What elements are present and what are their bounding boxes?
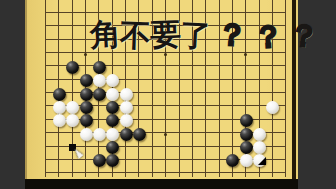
white-stone: [120, 101, 133, 114]
white-stone: [106, 128, 119, 141]
white-stone: [106, 88, 119, 101]
black-stone: [53, 88, 66, 101]
black-stone: [240, 114, 253, 127]
black-stone: [80, 88, 93, 101]
white-stone: [80, 128, 93, 141]
caption-char: 要: [149, 13, 180, 54]
caption-char: 了: [179, 14, 211, 56]
grid-hline: [45, 12, 285, 13]
black-stone: [80, 74, 93, 87]
caption-question-mark: ？: [252, 16, 283, 57]
caption-question-mark: ？: [216, 14, 248, 56]
board-bottom-edge: [25, 179, 298, 189]
white-stone: [120, 88, 133, 101]
grid-vline: [45, 0, 46, 177]
black-stone: [80, 101, 93, 114]
black-stone: [120, 128, 133, 141]
black-stone: [66, 61, 79, 74]
white-stone: [253, 128, 266, 141]
caption-char: 不: [119, 14, 150, 55]
black-stone: [133, 128, 146, 141]
white-stone: [93, 128, 106, 141]
black-stone: [240, 141, 253, 154]
caption-question-mark: ？: [287, 15, 319, 57]
white-stone: [120, 114, 133, 127]
black-stone: [93, 61, 106, 74]
caption-overlay: 角不要了？？？: [90, 14, 318, 55]
video-frame: 角不要了？？？: [0, 0, 336, 189]
grid-hline: [45, 172, 285, 173]
black-stone: [80, 114, 93, 127]
caption-char: 角: [89, 13, 121, 55]
black-stone: [93, 88, 106, 101]
black-stone: [240, 128, 253, 141]
grid-hline: [45, 65, 285, 66]
last-move-triangle-marker: [258, 157, 266, 165]
white-stone: [253, 141, 266, 154]
white-stone: [53, 101, 66, 114]
